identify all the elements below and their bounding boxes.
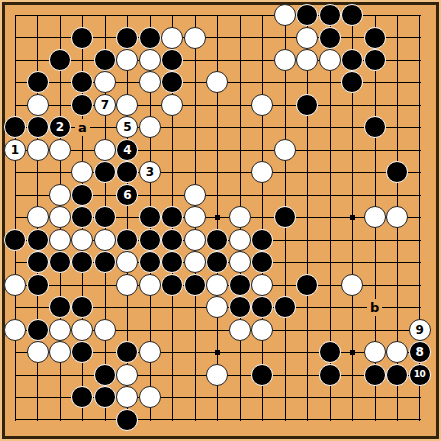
intersection-c4-r7[interactable] — [94, 161, 116, 183]
intersection-c17-r15[interactable] — [386, 341, 408, 363]
intersection-c17-r8[interactable] — [386, 184, 408, 206]
intersection-c11-r4[interactable] — [251, 94, 273, 116]
intersection-c15-r14[interactable] — [341, 318, 363, 340]
intersection-c13-r0[interactable] — [296, 4, 318, 26]
intersection-c17-r10[interactable] — [386, 229, 408, 251]
intersection-c3-r3[interactable] — [71, 71, 93, 93]
intersection-c16-r9[interactable] — [363, 206, 385, 228]
intersection-c14-r6[interactable] — [318, 139, 340, 161]
intersection-c17-r12[interactable] — [386, 273, 408, 295]
intersection-c10-r5[interactable] — [229, 116, 251, 138]
intersection-c15-r6[interactable] — [341, 139, 363, 161]
intersection-c3-r8[interactable] — [71, 184, 93, 206]
intersection-c2-r7[interactable] — [49, 161, 71, 183]
intersection-c12-r6[interactable] — [273, 139, 295, 161]
intersection-c5-r7[interactable] — [116, 161, 138, 183]
intersection-c17-r17[interactable] — [386, 386, 408, 408]
intersection-c4-r0[interactable] — [94, 4, 116, 26]
intersection-c12-r1[interactable] — [273, 26, 295, 48]
intersection-c9-r3[interactable] — [206, 71, 228, 93]
intersection-c18-r0[interactable] — [408, 4, 430, 26]
intersection-c4-r14[interactable] — [94, 318, 116, 340]
intersection-c1-r9[interactable] — [26, 206, 48, 228]
intersection-c4-r16[interactable] — [94, 363, 116, 385]
intersection-c1-r1[interactable] — [26, 26, 48, 48]
intersection-c15-r1[interactable] — [341, 26, 363, 48]
intersection-c1-r8[interactable] — [26, 184, 48, 206]
intersection-c15-r7[interactable] — [341, 161, 363, 183]
intersection-c18-r9[interactable] — [408, 206, 430, 228]
intersection-c16-r3[interactable] — [363, 71, 385, 93]
intersection-c6-r9[interactable] — [139, 206, 161, 228]
intersection-c14-r13[interactable] — [318, 296, 340, 318]
intersection-c3-r17[interactable] — [71, 386, 93, 408]
intersection-c11-r7[interactable] — [251, 161, 273, 183]
intersection-c18-r16[interactable]: 10 — [408, 363, 430, 385]
intersection-c8-r6[interactable] — [184, 139, 206, 161]
intersection-c14-r10[interactable] — [318, 229, 340, 251]
intersection-c2-r18[interactable] — [49, 408, 71, 430]
intersection-c9-r11[interactable] — [206, 251, 228, 273]
intersection-c17-r5[interactable] — [386, 116, 408, 138]
intersection-c13-r12[interactable] — [296, 273, 318, 295]
intersection-c16-r16[interactable] — [363, 363, 385, 385]
intersection-c6-r2[interactable] — [139, 49, 161, 71]
intersection-c6-r13[interactable] — [139, 296, 161, 318]
intersection-c4-r12[interactable] — [94, 273, 116, 295]
intersection-c18-r18[interactable] — [408, 408, 430, 430]
intersection-c11-r5[interactable] — [251, 116, 273, 138]
intersection-c15-r17[interactable] — [341, 386, 363, 408]
intersection-c3-r15[interactable] — [71, 341, 93, 363]
intersection-c6-r8[interactable] — [139, 184, 161, 206]
intersection-c10-r16[interactable] — [229, 363, 251, 385]
intersection-c1-r16[interactable] — [26, 363, 48, 385]
intersection-c12-r3[interactable] — [273, 71, 295, 93]
intersection-c7-r9[interactable] — [161, 206, 183, 228]
intersection-c15-r2[interactable] — [341, 49, 363, 71]
intersection-c9-r8[interactable] — [206, 184, 228, 206]
intersection-c5-r5[interactable]: 5 — [116, 116, 138, 138]
intersection-c15-r4[interactable] — [341, 94, 363, 116]
intersection-c7-r3[interactable] — [161, 71, 183, 93]
intersection-c6-r17[interactable] — [139, 386, 161, 408]
intersection-c18-r17[interactable] — [408, 386, 430, 408]
intersection-c7-r8[interactable] — [161, 184, 183, 206]
intersection-c6-r12[interactable] — [139, 273, 161, 295]
intersection-c18-r12[interactable] — [408, 273, 430, 295]
intersection-c5-r18[interactable] — [116, 408, 138, 430]
intersection-c5-r17[interactable] — [116, 386, 138, 408]
intersection-c4-r4[interactable]: 7 — [94, 94, 116, 116]
intersection-c18-r1[interactable] — [408, 26, 430, 48]
intersection-c18-r13[interactable] — [408, 296, 430, 318]
intersection-c1-r3[interactable] — [26, 71, 48, 93]
intersection-c5-r1[interactable] — [116, 26, 138, 48]
intersection-c13-r11[interactable] — [296, 251, 318, 273]
intersection-c0-r7[interactable] — [4, 161, 26, 183]
intersection-c13-r7[interactable] — [296, 161, 318, 183]
intersection-c18-r6[interactable] — [408, 139, 430, 161]
intersection-c16-r10[interactable] — [363, 229, 385, 251]
intersection-c11-r6[interactable] — [251, 139, 273, 161]
intersection-c2-r1[interactable] — [49, 26, 71, 48]
intersection-c0-r2[interactable] — [4, 49, 26, 71]
intersection-c5-r11[interactable] — [116, 251, 138, 273]
intersection-c6-r11[interactable] — [139, 251, 161, 273]
intersection-c10-r7[interactable] — [229, 161, 251, 183]
intersection-c3-r11[interactable] — [71, 251, 93, 273]
intersection-c3-r6[interactable] — [71, 139, 93, 161]
intersection-c15-r3[interactable] — [341, 71, 363, 93]
intersection-c14-r0[interactable] — [318, 4, 340, 26]
intersection-c8-r13[interactable] — [184, 296, 206, 318]
intersection-c18-r4[interactable] — [408, 94, 430, 116]
intersection-c3-r10[interactable] — [71, 229, 93, 251]
intersection-c7-r17[interactable] — [161, 386, 183, 408]
intersection-c2-r9[interactable] — [49, 206, 71, 228]
intersection-c1-r2[interactable] — [26, 49, 48, 71]
intersection-c2-r14[interactable] — [49, 318, 71, 340]
intersection-c10-r10[interactable] — [229, 229, 251, 251]
intersection-c10-r13[interactable] — [229, 296, 251, 318]
intersection-c14-r14[interactable] — [318, 318, 340, 340]
intersection-c2-r4[interactable] — [49, 94, 71, 116]
intersection-c9-r13[interactable] — [206, 296, 228, 318]
intersection-c9-r18[interactable] — [206, 408, 228, 430]
intersection-c14-r4[interactable] — [318, 94, 340, 116]
intersection-c1-r11[interactable] — [26, 251, 48, 273]
intersection-c12-r12[interactable] — [273, 273, 295, 295]
intersection-c18-r2[interactable] — [408, 49, 430, 71]
intersection-c8-r9[interactable] — [184, 206, 206, 228]
intersection-c0-r16[interactable] — [4, 363, 26, 385]
intersection-c6-r6[interactable] — [139, 139, 161, 161]
intersection-c7-r18[interactable] — [161, 408, 183, 430]
intersection-c5-r9[interactable] — [116, 206, 138, 228]
intersection-c4-r15[interactable] — [94, 341, 116, 363]
intersection-c11-r18[interactable] — [251, 408, 273, 430]
intersection-c7-r1[interactable] — [161, 26, 183, 48]
intersection-c4-r5[interactable] — [94, 116, 116, 138]
intersection-c0-r6[interactable]: 1 — [4, 139, 26, 161]
intersection-c6-r15[interactable] — [139, 341, 161, 363]
intersection-c2-r13[interactable] — [49, 296, 71, 318]
intersection-c14-r9[interactable] — [318, 206, 340, 228]
intersection-c2-r10[interactable] — [49, 229, 71, 251]
intersection-c9-r10[interactable] — [206, 229, 228, 251]
intersection-c10-r2[interactable] — [229, 49, 251, 71]
intersection-c1-r6[interactable] — [26, 139, 48, 161]
intersection-c15-r15[interactable] — [341, 341, 363, 363]
intersection-c4-r8[interactable] — [94, 184, 116, 206]
intersection-c12-r15[interactable] — [273, 341, 295, 363]
intersection-c10-r6[interactable] — [229, 139, 251, 161]
intersection-c9-r14[interactable] — [206, 318, 228, 340]
intersection-c11-r11[interactable] — [251, 251, 273, 273]
intersection-c3-r18[interactable] — [71, 408, 93, 430]
intersection-c3-r16[interactable] — [71, 363, 93, 385]
intersection-c3-r13[interactable] — [71, 296, 93, 318]
intersection-c11-r14[interactable] — [251, 318, 273, 340]
intersection-c0-r13[interactable] — [4, 296, 26, 318]
intersection-c6-r16[interactable] — [139, 363, 161, 385]
intersection-c5-r4[interactable] — [116, 94, 138, 116]
intersection-c16-r13[interactable]: b — [363, 296, 385, 318]
intersection-c5-r0[interactable] — [116, 4, 138, 26]
intersection-c9-r4[interactable] — [206, 94, 228, 116]
intersection-c16-r0[interactable] — [363, 4, 385, 26]
intersection-c7-r11[interactable] — [161, 251, 183, 273]
intersection-c0-r17[interactable] — [4, 386, 26, 408]
intersection-c1-r13[interactable] — [26, 296, 48, 318]
intersection-c11-r3[interactable] — [251, 71, 273, 93]
intersection-c2-r8[interactable] — [49, 184, 71, 206]
intersection-c0-r11[interactable] — [4, 251, 26, 273]
intersection-c6-r4[interactable] — [139, 94, 161, 116]
intersection-c16-r15[interactable] — [363, 341, 385, 363]
intersection-c4-r6[interactable] — [94, 139, 116, 161]
intersection-c10-r15[interactable] — [229, 341, 251, 363]
intersection-c0-r0[interactable] — [4, 4, 26, 26]
intersection-c15-r11[interactable] — [341, 251, 363, 273]
intersection-c12-r13[interactable] — [273, 296, 295, 318]
intersection-c1-r4[interactable] — [26, 94, 48, 116]
intersection-c8-r1[interactable] — [184, 26, 206, 48]
intersection-c16-r7[interactable] — [363, 161, 385, 183]
intersection-c1-r18[interactable] — [26, 408, 48, 430]
intersection-c8-r12[interactable] — [184, 273, 206, 295]
intersection-c2-r11[interactable] — [49, 251, 71, 273]
intersection-c9-r0[interactable] — [206, 4, 228, 26]
intersection-c13-r18[interactable] — [296, 408, 318, 430]
intersection-c8-r3[interactable] — [184, 71, 206, 93]
intersection-c0-r10[interactable] — [4, 229, 26, 251]
intersection-c14-r11[interactable] — [318, 251, 340, 273]
intersection-c9-r17[interactable] — [206, 386, 228, 408]
intersection-c17-r3[interactable] — [386, 71, 408, 93]
intersection-c4-r2[interactable] — [94, 49, 116, 71]
intersection-c13-r9[interactable] — [296, 206, 318, 228]
intersection-c10-r8[interactable] — [229, 184, 251, 206]
intersection-c12-r5[interactable] — [273, 116, 295, 138]
intersection-c16-r5[interactable] — [363, 116, 385, 138]
intersection-c4-r9[interactable] — [94, 206, 116, 228]
intersection-c12-r8[interactable] — [273, 184, 295, 206]
intersection-c1-r17[interactable] — [26, 386, 48, 408]
intersection-c2-r5[interactable]: 2 — [49, 116, 71, 138]
intersection-c17-r11[interactable] — [386, 251, 408, 273]
intersection-c9-r15[interactable] — [206, 341, 228, 363]
intersection-c14-r18[interactable] — [318, 408, 340, 430]
intersection-c13-r13[interactable] — [296, 296, 318, 318]
intersection-c14-r12[interactable] — [318, 273, 340, 295]
intersection-c12-r9[interactable] — [273, 206, 295, 228]
intersection-c10-r0[interactable] — [229, 4, 251, 26]
intersection-c3-r2[interactable] — [71, 49, 93, 71]
intersection-c11-r1[interactable] — [251, 26, 273, 48]
intersection-c18-r5[interactable] — [408, 116, 430, 138]
intersection-c1-r12[interactable] — [26, 273, 48, 295]
intersection-c1-r7[interactable] — [26, 161, 48, 183]
intersection-c8-r2[interactable] — [184, 49, 206, 71]
intersection-c17-r7[interactable] — [386, 161, 408, 183]
intersection-c14-r7[interactable] — [318, 161, 340, 183]
intersection-c11-r2[interactable] — [251, 49, 273, 71]
intersection-c13-r10[interactable] — [296, 229, 318, 251]
intersection-c8-r11[interactable] — [184, 251, 206, 273]
intersection-c5-r6[interactable]: 4 — [116, 139, 138, 161]
intersection-c14-r16[interactable] — [318, 363, 340, 385]
intersection-c0-r18[interactable] — [4, 408, 26, 430]
intersection-c7-r16[interactable] — [161, 363, 183, 385]
intersection-c8-r18[interactable] — [184, 408, 206, 430]
intersection-c11-r8[interactable] — [251, 184, 273, 206]
intersection-c12-r18[interactable] — [273, 408, 295, 430]
intersection-c3-r12[interactable] — [71, 273, 93, 295]
intersection-c13-r5[interactable] — [296, 116, 318, 138]
intersection-c10-r1[interactable] — [229, 26, 251, 48]
intersection-c15-r12[interactable] — [341, 273, 363, 295]
intersection-c11-r15[interactable] — [251, 341, 273, 363]
intersection-c15-r8[interactable] — [341, 184, 363, 206]
intersection-c14-r8[interactable] — [318, 184, 340, 206]
intersection-c6-r3[interactable] — [139, 71, 161, 93]
intersection-c0-r15[interactable] — [4, 341, 26, 363]
intersection-c5-r16[interactable] — [116, 363, 138, 385]
intersection-c3-r4[interactable] — [71, 94, 93, 116]
intersection-c5-r14[interactable] — [116, 318, 138, 340]
intersection-c15-r9[interactable] — [341, 206, 363, 228]
intersection-c17-r4[interactable] — [386, 94, 408, 116]
intersection-c18-r8[interactable] — [408, 184, 430, 206]
intersection-c2-r17[interactable] — [49, 386, 71, 408]
intersection-c3-r1[interactable] — [71, 26, 93, 48]
intersection-c17-r1[interactable] — [386, 26, 408, 48]
intersection-c2-r3[interactable] — [49, 71, 71, 93]
intersection-c13-r3[interactable] — [296, 71, 318, 93]
intersection-c14-r2[interactable] — [318, 49, 340, 71]
intersection-c12-r0[interactable] — [273, 4, 295, 26]
intersection-c17-r14[interactable] — [386, 318, 408, 340]
intersection-c7-r14[interactable] — [161, 318, 183, 340]
intersection-c4-r17[interactable] — [94, 386, 116, 408]
intersection-c0-r8[interactable] — [4, 184, 26, 206]
intersection-c8-r15[interactable] — [184, 341, 206, 363]
intersection-c2-r0[interactable] — [49, 4, 71, 26]
intersection-c0-r9[interactable] — [4, 206, 26, 228]
intersection-c16-r8[interactable] — [363, 184, 385, 206]
intersection-c1-r5[interactable] — [26, 116, 48, 138]
intersection-c8-r8[interactable] — [184, 184, 206, 206]
intersection-c17-r18[interactable] — [386, 408, 408, 430]
intersection-c11-r17[interactable] — [251, 386, 273, 408]
intersection-c7-r7[interactable] — [161, 161, 183, 183]
intersection-c13-r17[interactable] — [296, 386, 318, 408]
intersection-c7-r0[interactable] — [161, 4, 183, 26]
intersection-c6-r18[interactable] — [139, 408, 161, 430]
intersection-c12-r14[interactable] — [273, 318, 295, 340]
intersection-c8-r17[interactable] — [184, 386, 206, 408]
intersection-c5-r2[interactable] — [116, 49, 138, 71]
intersection-c7-r2[interactable] — [161, 49, 183, 71]
intersection-c0-r5[interactable] — [4, 116, 26, 138]
intersection-c13-r8[interactable] — [296, 184, 318, 206]
intersection-c11-r9[interactable] — [251, 206, 273, 228]
intersection-c0-r4[interactable] — [4, 94, 26, 116]
intersection-c4-r18[interactable] — [94, 408, 116, 430]
intersection-c11-r13[interactable] — [251, 296, 273, 318]
intersection-c0-r14[interactable] — [4, 318, 26, 340]
intersection-c17-r9[interactable] — [386, 206, 408, 228]
intersection-c13-r2[interactable] — [296, 49, 318, 71]
intersection-c11-r10[interactable] — [251, 229, 273, 251]
intersection-c1-r14[interactable] — [26, 318, 48, 340]
intersection-c16-r18[interactable] — [363, 408, 385, 430]
intersection-c12-r11[interactable] — [273, 251, 295, 273]
intersection-c11-r0[interactable] — [251, 4, 273, 26]
intersection-c4-r10[interactable] — [94, 229, 116, 251]
intersection-c14-r1[interactable] — [318, 26, 340, 48]
intersection-c16-r1[interactable] — [363, 26, 385, 48]
intersection-c7-r6[interactable] — [161, 139, 183, 161]
intersection-c5-r15[interactable] — [116, 341, 138, 363]
intersection-c7-r10[interactable] — [161, 229, 183, 251]
intersection-c17-r16[interactable] — [386, 363, 408, 385]
intersection-c16-r17[interactable] — [363, 386, 385, 408]
intersection-c2-r16[interactable] — [49, 363, 71, 385]
intersection-c12-r7[interactable] — [273, 161, 295, 183]
intersection-c10-r14[interactable] — [229, 318, 251, 340]
intersection-c18-r3[interactable] — [408, 71, 430, 93]
intersection-c16-r12[interactable] — [363, 273, 385, 295]
intersection-c9-r7[interactable] — [206, 161, 228, 183]
intersection-c0-r12[interactable] — [4, 273, 26, 295]
intersection-c16-r4[interactable] — [363, 94, 385, 116]
intersection-c15-r16[interactable] — [341, 363, 363, 385]
intersection-c6-r10[interactable] — [139, 229, 161, 251]
intersection-c14-r17[interactable] — [318, 386, 340, 408]
intersection-c9-r1[interactable] — [206, 26, 228, 48]
intersection-c0-r1[interactable] — [4, 26, 26, 48]
intersection-c16-r2[interactable] — [363, 49, 385, 71]
intersection-c4-r13[interactable] — [94, 296, 116, 318]
intersection-c12-r2[interactable] — [273, 49, 295, 71]
intersection-c9-r5[interactable] — [206, 116, 228, 138]
intersection-c3-r9[interactable] — [71, 206, 93, 228]
intersection-c16-r14[interactable] — [363, 318, 385, 340]
intersection-c10-r3[interactable] — [229, 71, 251, 93]
intersection-c2-r12[interactable] — [49, 273, 71, 295]
intersection-c7-r15[interactable] — [161, 341, 183, 363]
intersection-c9-r16[interactable] — [206, 363, 228, 385]
intersection-c6-r7[interactable]: 3 — [139, 161, 161, 183]
intersection-c9-r9[interactable] — [206, 206, 228, 228]
intersection-c18-r10[interactable] — [408, 229, 430, 251]
intersection-c15-r5[interactable] — [341, 116, 363, 138]
intersection-c3-r7[interactable] — [71, 161, 93, 183]
intersection-c6-r0[interactable] — [139, 4, 161, 26]
intersection-c5-r8[interactable]: 6 — [116, 184, 138, 206]
intersection-c18-r11[interactable] — [408, 251, 430, 273]
intersection-c12-r16[interactable] — [273, 363, 295, 385]
intersection-c13-r1[interactable] — [296, 26, 318, 48]
intersection-c13-r16[interactable] — [296, 363, 318, 385]
intersection-c1-r0[interactable] — [26, 4, 48, 26]
intersection-c10-r17[interactable] — [229, 386, 251, 408]
intersection-c1-r10[interactable] — [26, 229, 48, 251]
intersection-c4-r3[interactable] — [94, 71, 116, 93]
